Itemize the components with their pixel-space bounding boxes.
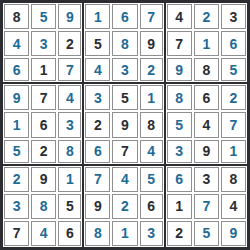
user-digit: 2 [202, 10, 210, 24]
given-digit: 2 [94, 118, 102, 132]
cell-r9c1[interactable]: 7 [3, 220, 30, 247]
given-digit: 8 [147, 118, 155, 132]
cell-r7c6[interactable]: 5 [139, 166, 166, 193]
user-digit: 9 [13, 91, 21, 105]
given-digit: 5 [66, 199, 74, 213]
cell-r4c2[interactable]: 7 [30, 84, 57, 111]
cell-r3c1[interactable]: 6 [3, 57, 30, 84]
user-digit: 5 [40, 10, 48, 24]
given-digit: 7 [40, 91, 48, 105]
user-digit: 1 [147, 91, 155, 105]
given-digit: 4 [202, 118, 210, 132]
given-digit: 3 [230, 10, 238, 24]
cell-r3c4[interactable]: 4 [84, 57, 111, 84]
cell-r1c2[interactable]: 5 [30, 3, 57, 30]
cell-r5c7[interactable]: 5 [166, 111, 193, 138]
sudoku-board: 8591674234325897166174329859743518621632… [0, 0, 250, 250]
user-digit: 6 [175, 172, 183, 186]
cell-r6c7[interactable]: 3 [166, 139, 193, 166]
cell-r7c2[interactable]: 9 [30, 166, 57, 193]
cell-r8c7[interactable]: 1 [166, 193, 193, 220]
user-digit: 6 [121, 10, 129, 24]
cell-r1c5[interactable]: 6 [111, 3, 138, 30]
given-digit: 7 [175, 37, 183, 51]
user-digit: 4 [66, 91, 74, 105]
cell-r1c9[interactable]: 3 [220, 3, 247, 30]
given-digit: 2 [40, 144, 48, 158]
user-digit: 9 [175, 63, 183, 77]
cell-r4c5[interactable]: 5 [111, 84, 138, 111]
given-digit: 3 [202, 172, 210, 186]
cell-r2c3[interactable]: 2 [57, 30, 84, 57]
cell-r3c5[interactable]: 3 [111, 57, 138, 84]
user-digit: 3 [175, 144, 183, 158]
cell-r4c8[interactable]: 6 [193, 84, 220, 111]
given-digit: 8 [202, 63, 210, 77]
cell-r9c8[interactable]: 5 [193, 220, 220, 247]
user-digit: 3 [94, 91, 102, 105]
user-digit: 6 [230, 37, 238, 51]
cell-r9c2[interactable]: 4 [30, 220, 57, 247]
cell-r2c8[interactable]: 1 [193, 30, 220, 57]
given-digit: 5 [121, 91, 129, 105]
given-digit: 6 [202, 91, 210, 105]
user-digit: 2 [121, 199, 129, 213]
given-digit: 1 [40, 63, 48, 77]
user-digit: 7 [230, 118, 238, 132]
cell-r7c3[interactable]: 1 [57, 166, 84, 193]
cell-r8c6[interactable]: 6 [139, 193, 166, 220]
cell-r9c5[interactable]: 1 [111, 220, 138, 247]
cell-r1c6[interactable]: 7 [139, 3, 166, 30]
cell-r5c9[interactable]: 7 [220, 111, 247, 138]
user-digit: 1 [230, 144, 238, 158]
cell-r2c5[interactable]: 8 [111, 30, 138, 57]
user-digit: 9 [230, 226, 238, 240]
cell-r2c2[interactable]: 3 [30, 30, 57, 57]
user-digit: 8 [94, 226, 102, 240]
cell-r1c8[interactable]: 2 [193, 3, 220, 30]
user-digit: 9 [66, 10, 74, 24]
user-digit: 8 [66, 144, 74, 158]
given-digit: 2 [66, 37, 74, 51]
cell-r6c5[interactable]: 7 [111, 139, 138, 166]
cell-r6c9[interactable]: 1 [220, 139, 247, 166]
user-digit: 1 [94, 10, 102, 24]
cell-r5c2[interactable]: 6 [30, 111, 57, 138]
cell-r2c9[interactable]: 6 [220, 30, 247, 57]
user-digit: 4 [40, 226, 48, 240]
user-digit: 8 [40, 199, 48, 213]
cell-r1c3[interactable]: 9 [57, 3, 84, 30]
given-digit: 6 [147, 199, 155, 213]
cell-r4c9[interactable]: 2 [220, 84, 247, 111]
cell-r3c6[interactable]: 2 [139, 57, 166, 84]
cell-r6c4[interactable]: 6 [84, 139, 111, 166]
user-digit: 5 [202, 226, 210, 240]
given-digit: 9 [40, 172, 48, 186]
user-digit: 3 [147, 226, 155, 240]
user-digit: 5 [175, 118, 183, 132]
cell-r1c1[interactable]: 8 [3, 3, 30, 30]
cell-r6c3[interactable]: 8 [57, 139, 84, 166]
user-digit: 3 [13, 199, 21, 213]
given-digit: 9 [147, 37, 155, 51]
user-digit: 6 [13, 63, 21, 77]
user-digit: 7 [66, 63, 74, 77]
cell-r8c1[interactable]: 3 [3, 193, 30, 220]
given-digit: 8 [13, 10, 21, 24]
given-digit: 1 [175, 199, 183, 213]
given-digit: 4 [230, 199, 238, 213]
cell-r2c4[interactable]: 5 [84, 30, 111, 57]
cell-r4c7[interactable]: 8 [166, 84, 193, 111]
user-digit: 5 [230, 63, 238, 77]
cell-r5c4[interactable]: 2 [84, 111, 111, 138]
user-digit: 2 [13, 172, 21, 186]
cell-r4c1[interactable]: 9 [3, 84, 30, 111]
user-digit: 4 [121, 172, 129, 186]
cell-r6c8[interactable]: 9 [193, 139, 220, 166]
cell-r7c8[interactable]: 3 [193, 166, 220, 193]
user-digit: 6 [94, 144, 102, 158]
cell-r3c7[interactable]: 9 [166, 57, 193, 84]
cell-r4c6[interactable]: 1 [139, 84, 166, 111]
cell-r6c1[interactable]: 5 [3, 139, 30, 166]
cell-r7c9[interactable]: 8 [220, 166, 247, 193]
given-digit: 9 [94, 199, 102, 213]
cell-r6c6[interactable]: 4 [139, 139, 166, 166]
given-digit: 4 [175, 10, 183, 24]
cell-r5c6[interactable]: 8 [139, 111, 166, 138]
user-digit: 1 [202, 37, 210, 51]
cell-r8c9[interactable]: 4 [220, 193, 247, 220]
user-digit: 8 [121, 37, 129, 51]
given-digit: 9 [121, 118, 129, 132]
cell-r9c9[interactable]: 9 [220, 220, 247, 247]
cell-r8c5[interactable]: 2 [111, 193, 138, 220]
user-digit: 3 [66, 118, 74, 132]
cell-r7c5[interactable]: 4 [111, 166, 138, 193]
cell-r1c7[interactable]: 4 [166, 3, 193, 30]
user-digit: 4 [13, 37, 21, 51]
given-digit: 6 [66, 226, 74, 240]
cell-r8c8[interactable]: 7 [193, 193, 220, 220]
given-digit: 2 [175, 226, 183, 240]
user-digit: 4 [94, 63, 102, 77]
user-digit: 3 [40, 37, 48, 51]
user-digit: 7 [94, 172, 102, 186]
cell-r4c3[interactable]: 4 [57, 84, 84, 111]
given-digit: 9 [202, 144, 210, 158]
given-digit: 8 [230, 172, 238, 186]
user-digit: 7 [147, 10, 155, 24]
cell-r7c1[interactable]: 2 [3, 166, 30, 193]
given-digit: 5 [94, 37, 102, 51]
cell-r5c3[interactable]: 3 [57, 111, 84, 138]
cell-r9c3[interactable]: 6 [57, 220, 84, 247]
given-digit: 6 [40, 118, 48, 132]
cell-r8c3[interactable]: 5 [57, 193, 84, 220]
cell-r9c4[interactable]: 8 [84, 220, 111, 247]
cell-r8c4[interactable]: 9 [84, 193, 111, 220]
cell-r9c6[interactable]: 3 [139, 220, 166, 247]
cell-r2c7[interactable]: 7 [166, 30, 193, 57]
cell-r6c2[interactable]: 2 [30, 139, 57, 166]
cell-r8c2[interactable]: 8 [30, 193, 57, 220]
cell-r1c4[interactable]: 1 [84, 3, 111, 30]
user-digit: 1 [66, 172, 74, 186]
user-digit: 7 [202, 199, 210, 213]
cell-r3c9[interactable]: 5 [220, 57, 247, 84]
user-digit: 5 [147, 172, 155, 186]
user-digit: 1 [13, 118, 21, 132]
cell-r2c6[interactable]: 9 [139, 30, 166, 57]
user-digit: 5 [13, 144, 21, 158]
cell-r7c4[interactable]: 7 [84, 166, 111, 193]
cell-r5c8[interactable]: 4 [193, 111, 220, 138]
cell-r7c7[interactable]: 6 [166, 166, 193, 193]
cell-r2c1[interactable]: 4 [3, 30, 30, 57]
user-digit: 3 [121, 63, 129, 77]
cell-r3c3[interactable]: 7 [57, 57, 84, 84]
user-digit: 8 [175, 91, 183, 105]
cell-r9c7[interactable]: 2 [166, 220, 193, 247]
user-digit: 1 [121, 226, 129, 240]
cell-r3c8[interactable]: 8 [193, 57, 220, 84]
cell-r5c1[interactable]: 1 [3, 111, 30, 138]
user-digit: 4 [147, 144, 155, 158]
cell-r5c5[interactable]: 9 [111, 111, 138, 138]
given-digit: 7 [13, 226, 21, 240]
cell-r4c4[interactable]: 3 [84, 84, 111, 111]
user-digit: 2 [147, 63, 155, 77]
user-digit: 2 [230, 91, 238, 105]
cell-r3c2[interactable]: 1 [30, 57, 57, 84]
given-digit: 7 [121, 144, 129, 158]
